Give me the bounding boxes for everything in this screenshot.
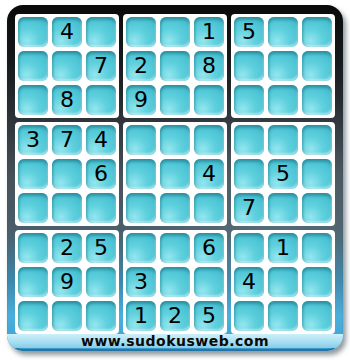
sudoku-cell[interactable]: 5 — [268, 159, 298, 189]
sudoku-cell[interactable] — [302, 51, 332, 81]
sudoku-cell[interactable] — [18, 233, 48, 263]
sudoku-cell[interactable] — [302, 125, 332, 155]
sudoku-cell[interactable] — [86, 267, 116, 297]
sudoku-box: 3746 — [15, 122, 119, 226]
sudoku-cell[interactable]: 3 — [126, 267, 156, 297]
sudoku-cell[interactable] — [126, 125, 156, 155]
sudoku-cell[interactable]: 2 — [126, 51, 156, 81]
page: 4781289537464572596312514 www.sudokusweb… — [0, 0, 350, 360]
sudoku-cell[interactable] — [194, 125, 224, 155]
sudoku-cell[interactable]: 6 — [86, 159, 116, 189]
sudoku-cell[interactable]: 5 — [86, 233, 116, 263]
website-url[interactable]: www.sudokusweb.com — [81, 333, 269, 349]
sudoku-cell[interactable] — [126, 193, 156, 223]
sudoku-cell[interactable]: 5 — [234, 17, 264, 47]
sudoku-box: 63125 — [123, 230, 227, 334]
sudoku-box: 5 — [231, 14, 335, 118]
sudoku-box: 1289 — [123, 14, 227, 118]
sudoku-cell[interactable]: 8 — [52, 85, 82, 115]
sudoku-cell[interactable]: 7 — [86, 51, 116, 81]
sudoku-cell[interactable]: 4 — [86, 125, 116, 155]
sudoku-box: 57 — [231, 122, 335, 226]
sudoku-cell[interactable] — [86, 17, 116, 47]
sudoku-cell[interactable] — [302, 301, 332, 331]
sudoku-cell[interactable] — [302, 17, 332, 47]
sudoku-cell[interactable] — [194, 85, 224, 115]
sudoku-cell[interactable] — [268, 301, 298, 331]
sudoku-cell[interactable]: 1 — [268, 233, 298, 263]
sudoku-cell[interactable] — [18, 85, 48, 115]
sudoku-cell[interactable]: 8 — [194, 51, 224, 81]
sudoku-cell[interactable]: 9 — [126, 85, 156, 115]
sudoku-box: 14 — [231, 230, 335, 334]
sudoku-cell[interactable]: 1 — [126, 301, 156, 331]
sudoku-cell[interactable] — [234, 159, 264, 189]
sudoku-cell[interactable] — [86, 193, 116, 223]
sudoku-cell[interactable] — [194, 267, 224, 297]
sudoku-cell[interactable]: 4 — [234, 267, 264, 297]
sudoku-cell[interactable] — [268, 193, 298, 223]
sudoku-cell[interactable]: 3 — [18, 125, 48, 155]
sudoku-cell[interactable] — [160, 193, 190, 223]
sudoku-cell[interactable] — [268, 85, 298, 115]
sudoku-cell[interactable] — [18, 193, 48, 223]
sudoku-cell[interactable] — [302, 159, 332, 189]
sudoku-cell[interactable] — [160, 233, 190, 263]
sudoku-cell[interactable]: 5 — [194, 301, 224, 331]
sudoku-cell[interactable] — [160, 125, 190, 155]
sudoku-cell[interactable] — [268, 51, 298, 81]
footer-band: www.sudokusweb.com — [7, 334, 343, 348]
sudoku-cell[interactable] — [18, 159, 48, 189]
sudoku-cell[interactable] — [52, 159, 82, 189]
sudoku-cell[interactable] — [52, 301, 82, 331]
sudoku-cell[interactable] — [18, 301, 48, 331]
sudoku-cell[interactable]: 4 — [194, 159, 224, 189]
sudoku-cell[interactable] — [18, 17, 48, 47]
sudoku-cell[interactable] — [126, 17, 156, 47]
sudoku-cell[interactable] — [234, 51, 264, 81]
sudoku-cell[interactable] — [86, 301, 116, 331]
sudoku-cell[interactable] — [194, 193, 224, 223]
sudoku-cell[interactable] — [160, 85, 190, 115]
sudoku-cell[interactable]: 1 — [194, 17, 224, 47]
sudoku-board: 4781289537464572596312514 www.sudokusweb… — [7, 5, 343, 351]
sudoku-cell[interactable] — [268, 17, 298, 47]
sudoku-cell[interactable] — [234, 85, 264, 115]
sudoku-cell[interactable]: 9 — [52, 267, 82, 297]
sudoku-cell[interactable] — [86, 85, 116, 115]
sudoku-cell[interactable] — [302, 85, 332, 115]
sudoku-box: 259 — [15, 230, 119, 334]
sudoku-cell[interactable]: 7 — [234, 193, 264, 223]
sudoku-cell[interactable]: 7 — [52, 125, 82, 155]
sudoku-cell[interactable]: 2 — [160, 301, 190, 331]
sudoku-cell[interactable]: 4 — [52, 17, 82, 47]
sudoku-cell[interactable] — [18, 51, 48, 81]
sudoku-cell[interactable] — [160, 159, 190, 189]
sudoku-cell[interactable] — [52, 193, 82, 223]
sudoku-cell[interactable] — [126, 233, 156, 263]
sudoku-cell[interactable] — [160, 17, 190, 47]
sudoku-cell[interactable] — [160, 51, 190, 81]
sudoku-cell[interactable]: 6 — [194, 233, 224, 263]
sudoku-grid: 4781289537464572596312514 — [7, 5, 343, 334]
sudoku-cell[interactable] — [302, 193, 332, 223]
sudoku-cell[interactable] — [302, 233, 332, 263]
sudoku-cell[interactable] — [234, 301, 264, 331]
sudoku-cell[interactable] — [52, 51, 82, 81]
sudoku-box: 478 — [15, 14, 119, 118]
sudoku-cell[interactable] — [160, 267, 190, 297]
sudoku-cell[interactable]: 2 — [52, 233, 82, 263]
sudoku-cell[interactable] — [268, 125, 298, 155]
sudoku-cell[interactable] — [302, 267, 332, 297]
sudoku-cell[interactable] — [234, 125, 264, 155]
sudoku-box: 4 — [123, 122, 227, 226]
sudoku-cell[interactable] — [18, 267, 48, 297]
sudoku-cell[interactable] — [234, 233, 264, 263]
sudoku-cell[interactable] — [126, 159, 156, 189]
sudoku-cell[interactable] — [268, 267, 298, 297]
